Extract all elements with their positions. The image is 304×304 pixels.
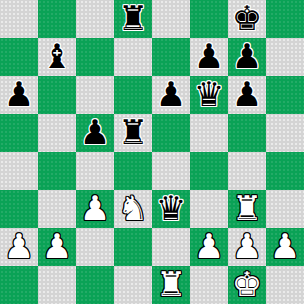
square-c8[interactable] (76, 0, 114, 38)
square-h6[interactable] (266, 76, 304, 114)
square-h1[interactable] (266, 266, 304, 304)
square-e7[interactable] (152, 38, 190, 76)
square-b6[interactable] (38, 76, 76, 114)
square-g8[interactable]: ♚ (228, 0, 266, 38)
square-a2[interactable]: ♟ (0, 228, 38, 266)
square-c6[interactable] (76, 76, 114, 114)
square-a6[interactable]: ♟ (0, 76, 38, 114)
white-pawn-piece[interactable]: ♟ (42, 228, 72, 265)
square-g2[interactable]: ♟ (228, 228, 266, 266)
square-b5[interactable] (38, 114, 76, 152)
black-bishop-piece[interactable]: ♝ (42, 38, 72, 75)
black-queen-piece[interactable]: ♛ (156, 190, 186, 227)
square-g6[interactable]: ♟ (228, 76, 266, 114)
square-d7[interactable] (114, 38, 152, 76)
square-a1[interactable] (0, 266, 38, 304)
square-h4[interactable] (266, 152, 304, 190)
square-h2[interactable]: ♟ (266, 228, 304, 266)
square-g3[interactable]: ♜ (228, 190, 266, 228)
square-e2[interactable] (152, 228, 190, 266)
black-pawn-piece[interactable]: ♟ (80, 114, 110, 151)
square-c5[interactable]: ♟ (76, 114, 114, 152)
white-pawn-piece[interactable]: ♟ (4, 228, 34, 265)
square-b4[interactable] (38, 152, 76, 190)
square-h3[interactable] (266, 190, 304, 228)
square-a4[interactable] (0, 152, 38, 190)
square-f8[interactable] (190, 0, 228, 38)
square-c3[interactable]: ♟ (76, 190, 114, 228)
square-h5[interactable] (266, 114, 304, 152)
square-b3[interactable] (38, 190, 76, 228)
square-d6[interactable] (114, 76, 152, 114)
square-b2[interactable]: ♟ (38, 228, 76, 266)
square-d3[interactable]: ♞ (114, 190, 152, 228)
square-c1[interactable] (76, 266, 114, 304)
square-b8[interactable] (38, 0, 76, 38)
square-g4[interactable] (228, 152, 266, 190)
square-f2[interactable]: ♟ (190, 228, 228, 266)
square-f7[interactable]: ♟ (190, 38, 228, 76)
square-e3[interactable]: ♛ (152, 190, 190, 228)
black-rook-piece[interactable]: ♜ (118, 114, 148, 151)
black-rook-piece[interactable]: ♜ (118, 0, 148, 37)
square-f5[interactable] (190, 114, 228, 152)
square-h7[interactable] (266, 38, 304, 76)
square-e5[interactable] (152, 114, 190, 152)
square-a8[interactable] (0, 0, 38, 38)
square-d8[interactable]: ♜ (114, 0, 152, 38)
square-g1[interactable]: ♚ (228, 266, 266, 304)
square-d2[interactable] (114, 228, 152, 266)
square-f4[interactable] (190, 152, 228, 190)
square-e8[interactable] (152, 0, 190, 38)
square-f1[interactable] (190, 266, 228, 304)
square-a5[interactable] (0, 114, 38, 152)
square-a7[interactable] (0, 38, 38, 76)
square-c2[interactable] (76, 228, 114, 266)
white-pawn-piece[interactable]: ♟ (194, 228, 224, 265)
black-pawn-piece[interactable]: ♟ (232, 76, 262, 113)
square-b7[interactable]: ♝ (38, 38, 76, 76)
black-queen-piece[interactable]: ♛ (194, 76, 224, 113)
square-g5[interactable] (228, 114, 266, 152)
black-pawn-piece[interactable]: ♟ (194, 38, 224, 75)
white-king-piece[interactable]: ♚ (232, 266, 262, 303)
square-f6[interactable]: ♛ (190, 76, 228, 114)
square-e1[interactable]: ♜ (152, 266, 190, 304)
black-pawn-piece[interactable]: ♟ (4, 76, 34, 113)
black-king-piece[interactable]: ♚ (232, 0, 262, 37)
white-rook-piece[interactable]: ♜ (156, 266, 186, 303)
square-d5[interactable]: ♜ (114, 114, 152, 152)
square-e4[interactable] (152, 152, 190, 190)
white-knight-piece[interactable]: ♞ (118, 190, 148, 227)
square-g7[interactable]: ♟ (228, 38, 266, 76)
square-d1[interactable] (114, 266, 152, 304)
square-c4[interactable] (76, 152, 114, 190)
white-pawn-piece[interactable]: ♟ (270, 228, 300, 265)
square-f3[interactable] (190, 190, 228, 228)
white-rook-piece[interactable]: ♜ (232, 190, 262, 227)
square-e6[interactable]: ♟ (152, 76, 190, 114)
chess-board: ♜♚♝♟♟♟♟♛♟♟♜♟♞♛♜♟♟♟♟♟♜♚ (0, 0, 304, 304)
square-d4[interactable] (114, 152, 152, 190)
black-pawn-piece[interactable]: ♟ (232, 38, 262, 75)
black-pawn-piece[interactable]: ♟ (156, 76, 186, 113)
white-pawn-piece[interactable]: ♟ (80, 190, 110, 227)
square-a3[interactable] (0, 190, 38, 228)
white-pawn-piece[interactable]: ♟ (232, 228, 262, 265)
square-b1[interactable] (38, 266, 76, 304)
square-c7[interactable] (76, 38, 114, 76)
square-h8[interactable] (266, 0, 304, 38)
